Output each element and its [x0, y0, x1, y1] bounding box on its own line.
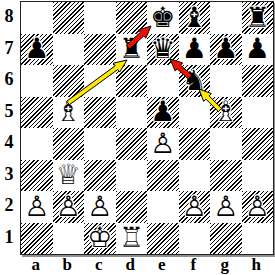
square-h8[interactable]: ♜ — [242, 2, 274, 34]
file-label-h: h — [241, 256, 273, 274]
square-b1[interactable] — [53, 223, 85, 255]
square-g4[interactable] — [210, 128, 242, 160]
square-a7[interactable]: ♟ — [21, 34, 53, 66]
file-label-c: c — [83, 256, 115, 274]
black-pawn: ♟ — [179, 34, 211, 66]
square-c7[interactable] — [84, 34, 116, 66]
square-b3[interactable]: ♛♕ — [53, 160, 85, 192]
square-e1[interactable] — [147, 223, 179, 255]
rank-label-1: 1 — [0, 222, 18, 254]
square-b7[interactable] — [53, 34, 85, 66]
square-d1[interactable]: ♜♖ — [116, 223, 148, 255]
black-king: ♚ — [147, 2, 179, 34]
square-e4[interactable]: ♟♙ — [147, 128, 179, 160]
square-h7[interactable]: ♟ — [242, 34, 274, 66]
white-bishop: ♗ — [210, 97, 242, 129]
square-g3[interactable] — [210, 160, 242, 192]
square-g6[interactable] — [210, 65, 242, 97]
square-h5[interactable] — [242, 97, 274, 129]
black-rook: ♜ — [116, 34, 148, 66]
black-queen: ♛ — [147, 34, 179, 66]
white-pawn: ♙ — [53, 191, 85, 223]
square-f7[interactable]: ♟ — [179, 34, 211, 66]
square-b8[interactable] — [53, 2, 85, 34]
square-f1[interactable] — [179, 223, 211, 255]
square-d8[interactable] — [116, 2, 148, 34]
square-f3[interactable] — [179, 160, 211, 192]
black-knight: ♞ — [179, 65, 211, 97]
square-f8[interactable]: ♝ — [179, 2, 211, 34]
file-label-d: d — [115, 256, 147, 274]
rank-label-6: 6 — [0, 64, 18, 96]
square-c2[interactable]: ♟♙ — [84, 191, 116, 223]
square-h6[interactable] — [242, 65, 274, 97]
square-h2[interactable]: ♟♙ — [242, 191, 274, 223]
white-queen-fill: ♛ — [53, 160, 85, 192]
white-pawn-fill: ♟ — [210, 191, 242, 223]
file-label-b: b — [52, 256, 84, 274]
square-b4[interactable] — [53, 128, 85, 160]
square-d5[interactable] — [116, 97, 148, 129]
square-e5[interactable]: ♟ — [147, 97, 179, 129]
square-g5[interactable]: ♝♗ — [210, 97, 242, 129]
white-queen: ♕ — [53, 160, 85, 192]
square-d2[interactable] — [116, 191, 148, 223]
square-a2[interactable]: ♟♙ — [21, 191, 53, 223]
white-bishop: ♗ — [53, 97, 85, 129]
square-d4[interactable] — [116, 128, 148, 160]
white-bishop-fill: ♝ — [210, 97, 242, 129]
square-h3[interactable] — [242, 160, 274, 192]
square-g8[interactable] — [210, 2, 242, 34]
square-c5[interactable] — [84, 97, 116, 129]
white-pawn: ♙ — [21, 191, 53, 223]
square-d6[interactable] — [116, 65, 148, 97]
square-e2[interactable] — [147, 191, 179, 223]
chess-board[interactable]: ♚♝♜♟♜♛♟♟♟♞♝♗♟♝♗♟♙♛♕♟♙♟♙♟♙♟♙♟♙♟♙♚♔♜♖ — [20, 1, 274, 255]
square-f2[interactable]: ♟♙ — [179, 191, 211, 223]
white-bishop-fill: ♝ — [53, 97, 85, 129]
black-bishop: ♝ — [179, 2, 211, 34]
black-rook: ♜ — [242, 2, 274, 34]
square-c3[interactable] — [84, 160, 116, 192]
square-d7[interactable]: ♜ — [116, 34, 148, 66]
square-d3[interactable] — [116, 160, 148, 192]
white-pawn: ♙ — [242, 191, 274, 223]
white-rook: ♖ — [116, 223, 148, 255]
square-a3[interactable] — [21, 160, 53, 192]
black-pawn: ♟ — [210, 34, 242, 66]
white-pawn: ♙ — [84, 191, 116, 223]
square-c4[interactable] — [84, 128, 116, 160]
square-b5[interactable]: ♝♗ — [53, 97, 85, 129]
white-pawn: ♙ — [210, 191, 242, 223]
white-pawn-fill: ♟ — [21, 191, 53, 223]
rank-label-5: 5 — [0, 96, 18, 128]
rank-label-8: 8 — [0, 1, 18, 33]
square-f6[interactable]: ♞ — [179, 65, 211, 97]
white-king: ♔ — [84, 223, 116, 255]
file-label-g: g — [209, 256, 241, 274]
file-label-e: e — [146, 256, 178, 274]
white-pawn-fill: ♟ — [179, 191, 211, 223]
white-pawn: ♙ — [179, 191, 211, 223]
chess-diagram: 87654321 ♚♝♜♟♜♛♟♟♟♞♝♗♟♝♗♟♙♛♕♟♙♟♙♟♙♟♙♟♙♟♙… — [0, 0, 275, 275]
white-king-fill: ♚ — [84, 223, 116, 255]
white-pawn: ♙ — [147, 128, 179, 160]
square-b6[interactable] — [53, 65, 85, 97]
square-f5[interactable] — [179, 97, 211, 129]
square-b2[interactable]: ♟♙ — [53, 191, 85, 223]
rank-label-4: 4 — [0, 127, 18, 159]
square-f4[interactable] — [179, 128, 211, 160]
square-e7[interactable]: ♛ — [147, 34, 179, 66]
square-c1[interactable]: ♚♔ — [84, 223, 116, 255]
white-pawn-fill: ♟ — [84, 191, 116, 223]
square-g2[interactable]: ♟♙ — [210, 191, 242, 223]
square-a6[interactable] — [21, 65, 53, 97]
square-e3[interactable] — [147, 160, 179, 192]
white-pawn-fill: ♟ — [53, 191, 85, 223]
square-e6[interactable] — [147, 65, 179, 97]
white-pawn-fill: ♟ — [242, 191, 274, 223]
black-pawn: ♟ — [242, 34, 274, 66]
rank-label-7: 7 — [0, 33, 18, 65]
square-e8[interactable]: ♚ — [147, 2, 179, 34]
square-a5[interactable] — [21, 97, 53, 129]
square-c8[interactable] — [84, 2, 116, 34]
black-pawn: ♟ — [147, 97, 179, 129]
square-c6[interactable] — [84, 65, 116, 97]
square-a1[interactable] — [21, 223, 53, 255]
white-rook-fill: ♜ — [116, 223, 148, 255]
square-g1[interactable] — [210, 223, 242, 255]
square-g7[interactable]: ♟ — [210, 34, 242, 66]
black-pawn: ♟ — [21, 34, 53, 66]
white-pawn-fill: ♟ — [147, 128, 179, 160]
square-a4[interactable] — [21, 128, 53, 160]
square-h4[interactable] — [242, 128, 274, 160]
rank-label-3: 3 — [0, 159, 18, 191]
rank-label-2: 2 — [0, 190, 18, 222]
square-a8[interactable] — [21, 2, 53, 34]
file-label-f: f — [178, 256, 210, 274]
square-h1[interactable] — [242, 223, 274, 255]
file-label-a: a — [20, 256, 52, 274]
